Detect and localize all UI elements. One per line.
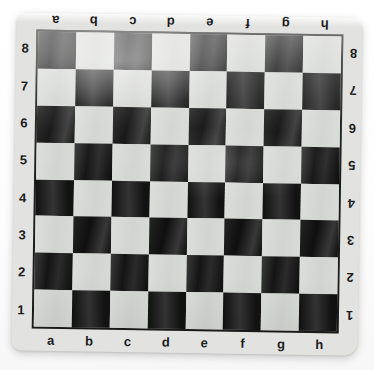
square-b5 — [74, 143, 112, 180]
square-d8 — [151, 33, 189, 70]
square-b3 — [73, 217, 111, 254]
square-d3 — [149, 218, 187, 255]
rank-label-left-4: 4 — [13, 179, 32, 217]
rank-label-left-5: 5 — [14, 141, 33, 179]
square-d4 — [149, 181, 187, 218]
square-g4 — [263, 183, 301, 220]
file-label-bottom-e: e — [185, 332, 224, 354]
rank-label-left-1: 1 — [12, 291, 31, 329]
square-h7 — [302, 73, 340, 110]
square-e7 — [189, 71, 227, 108]
square-a8 — [38, 32, 76, 69]
file-label-bottom-b: b — [70, 330, 109, 352]
rank-label-left-3: 3 — [13, 216, 32, 254]
rank-label-left-6: 6 — [15, 104, 34, 142]
file-label-top-a: a — [36, 13, 75, 30]
rank-label-right-1: 1 — [341, 296, 359, 334]
square-g7 — [264, 72, 302, 109]
square-b2 — [72, 253, 110, 290]
square-g3 — [262, 220, 300, 257]
square-e5 — [188, 145, 226, 182]
square-e8 — [189, 34, 227, 71]
square-c5 — [112, 143, 150, 180]
rank-label-right-7: 7 — [344, 72, 362, 110]
square-f8 — [227, 35, 265, 72]
square-g2 — [262, 256, 300, 293]
square-b8 — [76, 32, 114, 69]
chess-board-grid — [32, 30, 344, 334]
file-label-top-h: h — [305, 17, 344, 34]
square-g5 — [263, 146, 301, 183]
square-a1 — [34, 290, 72, 327]
square-c1 — [109, 291, 147, 328]
square-e1 — [185, 292, 223, 329]
square-a5 — [36, 142, 74, 179]
square-h8 — [303, 36, 341, 73]
file-label-top-e: e — [190, 15, 229, 32]
square-e4 — [187, 182, 225, 219]
file-labels-bottom: abcdefgh — [31, 330, 338, 356]
square-b4 — [73, 180, 111, 217]
board-area: abcdefgh abcdefgh 87654321 87654321 — [32, 30, 344, 334]
square-d2 — [148, 255, 186, 292]
square-b7 — [75, 69, 113, 106]
square-h6 — [302, 110, 340, 147]
square-c8 — [114, 33, 152, 70]
square-c7 — [113, 70, 151, 107]
square-f7 — [227, 71, 265, 108]
rank-label-right-2: 2 — [341, 259, 359, 297]
file-label-bottom-d: d — [146, 331, 185, 353]
square-a2 — [34, 253, 72, 290]
square-a7 — [37, 69, 75, 106]
rank-labels-left: 87654321 — [12, 29, 35, 328]
square-a4 — [35, 179, 73, 216]
rank-label-left-7: 7 — [15, 67, 34, 105]
square-d6 — [150, 107, 188, 144]
file-label-bottom-a: a — [31, 330, 70, 352]
square-c3 — [111, 217, 149, 254]
rank-label-right-6: 6 — [344, 109, 362, 147]
file-label-top-d: d — [152, 14, 191, 31]
rank-label-right-5: 5 — [343, 147, 361, 185]
chess-mat: abcdefgh abcdefgh 87654321 87654321 — [11, 12, 362, 355]
square-a6 — [37, 105, 75, 142]
photo-background: { "game": "chess", "scene": "empty vinyl… — [0, 0, 374, 370]
square-e2 — [186, 255, 224, 292]
square-a3 — [35, 216, 73, 253]
square-d1 — [147, 292, 185, 329]
square-c4 — [111, 180, 149, 217]
square-e3 — [186, 218, 224, 255]
square-c6 — [112, 107, 150, 144]
rank-label-left-2: 2 — [12, 254, 31, 292]
square-f1 — [223, 293, 261, 330]
square-h3 — [300, 220, 338, 257]
square-d5 — [150, 144, 188, 181]
rank-label-right-3: 3 — [342, 221, 360, 259]
square-h4 — [301, 183, 339, 220]
square-f4 — [225, 182, 263, 219]
file-label-bottom-h: h — [300, 334, 339, 356]
file-label-bottom-f: f — [223, 333, 262, 355]
square-b6 — [75, 106, 113, 143]
square-f2 — [224, 256, 262, 293]
file-label-top-g: g — [267, 16, 306, 33]
square-h5 — [301, 146, 339, 183]
square-c2 — [110, 254, 148, 291]
rank-label-left-8: 8 — [16, 29, 35, 67]
file-label-top-f: f — [228, 16, 267, 33]
square-f3 — [224, 219, 262, 256]
square-e6 — [188, 108, 226, 145]
square-g1 — [261, 293, 299, 330]
square-h1 — [299, 294, 337, 331]
square-f6 — [226, 108, 264, 145]
square-g6 — [264, 109, 302, 146]
square-d7 — [151, 70, 189, 107]
file-label-bottom-c: c — [108, 331, 147, 353]
rank-label-right-8: 8 — [345, 34, 363, 72]
square-g8 — [265, 35, 303, 72]
square-f5 — [225, 145, 263, 182]
file-label-top-c: c — [113, 14, 152, 31]
rank-labels-right: 87654321 — [341, 34, 363, 333]
file-label-top-b: b — [75, 13, 114, 30]
square-b1 — [72, 290, 110, 327]
rank-label-right-4: 4 — [342, 184, 360, 222]
file-label-bottom-g: g — [262, 333, 301, 355]
square-h2 — [299, 257, 337, 294]
